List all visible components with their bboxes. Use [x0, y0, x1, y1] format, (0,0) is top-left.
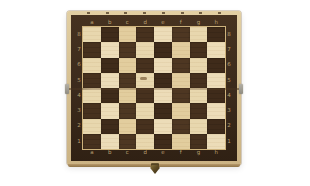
square-g6[interactable] [190, 58, 208, 73]
square-e4[interactable] [154, 88, 172, 103]
rank-label: 7 [225, 42, 233, 57]
square-a6[interactable] [83, 58, 101, 73]
square-c7[interactable] [119, 42, 137, 57]
square-e6[interactable] [154, 58, 172, 73]
file-label: h [207, 149, 225, 157]
file-label: g [190, 149, 208, 157]
clasp-latch [149, 163, 161, 175]
file-label: c [119, 149, 137, 157]
square-h3[interactable] [207, 103, 225, 118]
rank-label: 2 [75, 119, 83, 134]
square-d8[interactable] [136, 27, 154, 42]
file-label: f [172, 19, 190, 27]
square-f7[interactable] [172, 42, 190, 57]
rank-label: 8 [75, 27, 83, 42]
square-d6[interactable] [136, 58, 154, 73]
square-b8[interactable] [101, 27, 119, 42]
rank-label: 5 [75, 73, 83, 88]
rank-label: 6 [75, 58, 83, 73]
square-h8[interactable] [207, 27, 225, 42]
file-label: h [207, 19, 225, 27]
rank-label: 4 [75, 88, 83, 103]
file-label: e [154, 19, 172, 27]
square-a4[interactable] [83, 88, 101, 103]
wood-knot [140, 77, 147, 80]
file-labels-bottom: abcdefgh [83, 149, 225, 157]
file-label: b [101, 149, 119, 157]
square-h6[interactable] [207, 58, 225, 73]
square-f2[interactable] [172, 119, 190, 134]
square-d4[interactable] [136, 88, 154, 103]
file-label: d [136, 19, 154, 27]
square-h2[interactable] [207, 119, 225, 134]
square-g4[interactable] [190, 88, 208, 103]
square-c2[interactable] [119, 119, 137, 134]
square-g7[interactable] [190, 42, 208, 57]
square-c6[interactable] [119, 58, 137, 73]
file-label: c [119, 19, 137, 27]
right-hinge [239, 84, 243, 94]
square-f3[interactable] [172, 103, 190, 118]
left-hinge [65, 84, 69, 94]
square-c5[interactable] [119, 73, 137, 88]
square-b3[interactable] [101, 103, 119, 118]
square-e7[interactable] [154, 42, 172, 57]
square-d2[interactable] [136, 119, 154, 134]
square-g3[interactable] [190, 103, 208, 118]
rank-label: 3 [75, 103, 83, 118]
rank-label: 2 [225, 119, 233, 134]
rank-label: 3 [225, 103, 233, 118]
square-d1[interactable] [136, 134, 154, 149]
file-label: f [172, 149, 190, 157]
square-e2[interactable] [154, 119, 172, 134]
chess-board: abcdefgh abcdefgh 87654321 87654321 [67, 11, 241, 165]
square-c8[interactable] [119, 27, 137, 42]
rank-label: 6 [225, 58, 233, 73]
square-c1[interactable] [119, 134, 137, 149]
file-label: d [136, 149, 154, 157]
square-a7[interactable] [83, 42, 101, 57]
square-a3[interactable] [83, 103, 101, 118]
square-f1[interactable] [172, 134, 190, 149]
square-b7[interactable] [101, 42, 119, 57]
square-f8[interactable] [172, 27, 190, 42]
square-h7[interactable] [207, 42, 225, 57]
rank-label: 1 [225, 134, 233, 149]
square-g5[interactable] [190, 73, 208, 88]
square-d7[interactable] [136, 42, 154, 57]
rank-label: 1 [75, 134, 83, 149]
square-h1[interactable] [207, 134, 225, 149]
square-a1[interactable] [83, 134, 101, 149]
square-f4[interactable] [172, 88, 190, 103]
square-g2[interactable] [190, 119, 208, 134]
square-a5[interactable] [83, 73, 101, 88]
square-b6[interactable] [101, 58, 119, 73]
rank-label: 7 [75, 42, 83, 57]
square-e8[interactable] [154, 27, 172, 42]
file-label: b [101, 19, 119, 27]
square-b1[interactable] [101, 134, 119, 149]
square-g8[interactable] [190, 27, 208, 42]
square-d5[interactable] [136, 73, 154, 88]
square-b4[interactable] [101, 88, 119, 103]
square-f5[interactable] [172, 73, 190, 88]
file-label: g [190, 19, 208, 27]
clasp-shield [150, 165, 160, 174]
square-f6[interactable] [172, 58, 190, 73]
photo-background: abcdefgh abcdefgh 87654321 87654321 [0, 0, 310, 186]
square-e1[interactable] [154, 134, 172, 149]
square-h5[interactable] [207, 73, 225, 88]
square-c4[interactable] [119, 88, 137, 103]
square-g1[interactable] [190, 134, 208, 149]
square-c3[interactable] [119, 103, 137, 118]
square-b5[interactable] [101, 73, 119, 88]
square-d3[interactable] [136, 103, 154, 118]
fold-seam [66, 88, 242, 90]
square-e3[interactable] [154, 103, 172, 118]
square-a8[interactable] [83, 27, 101, 42]
file-label: e [154, 149, 172, 157]
rank-label: 5 [225, 73, 233, 88]
square-a2[interactable] [83, 119, 101, 134]
rank-label: 4 [225, 88, 233, 103]
square-h4[interactable] [207, 88, 225, 103]
file-labels-top: abcdefgh [83, 19, 225, 27]
file-label: a [83, 19, 101, 27]
rank-label: 8 [225, 27, 233, 42]
square-b2[interactable] [101, 119, 119, 134]
square-e5[interactable] [154, 73, 172, 88]
file-label: a [83, 149, 101, 157]
